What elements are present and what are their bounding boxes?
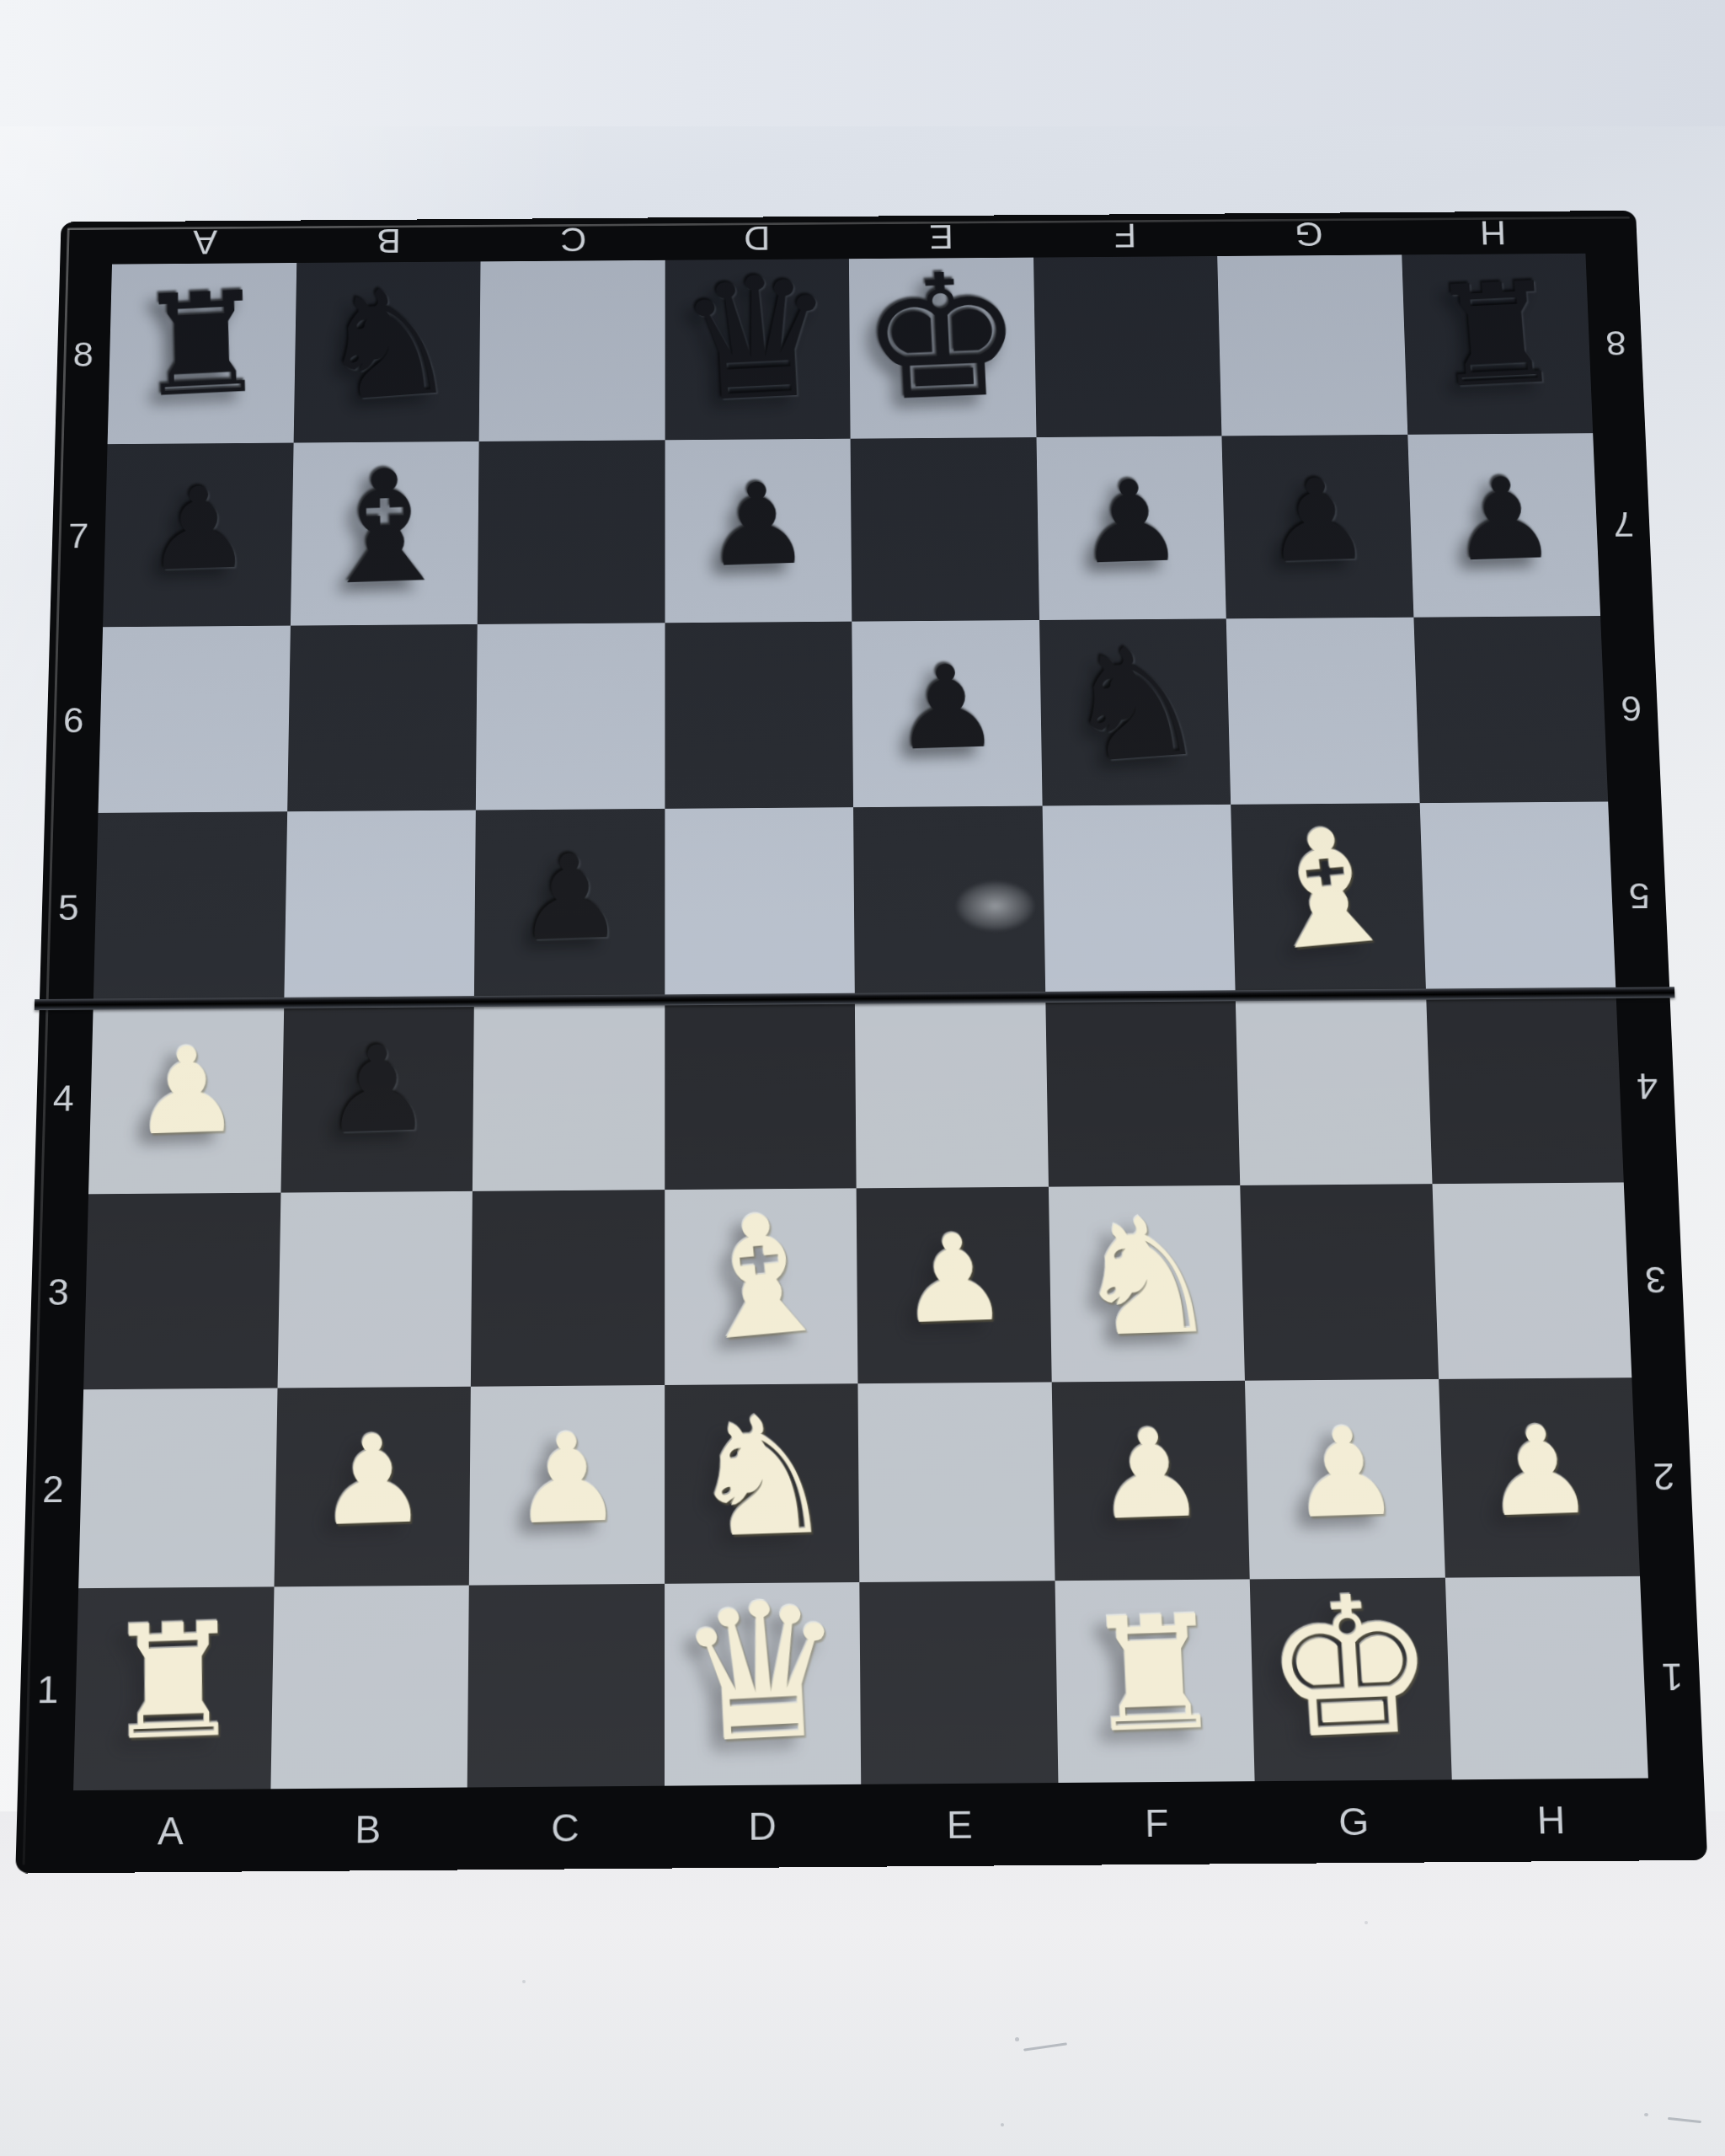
square-h2: ♟ bbox=[1439, 1378, 1640, 1577]
black-knight: ♞ bbox=[312, 265, 463, 423]
square-d8: ♛ bbox=[665, 259, 850, 440]
board-frame: ABCDEFGH ABCDEFGH 87654321 87654321 ♜♞♛♚… bbox=[15, 211, 1707, 1874]
square-c7 bbox=[478, 440, 665, 624]
white-pawn: ♟ bbox=[1479, 1408, 1599, 1534]
square-f4 bbox=[1045, 993, 1240, 1187]
square-b6 bbox=[287, 624, 478, 811]
square-b8: ♞ bbox=[293, 261, 480, 442]
square-c1 bbox=[467, 1584, 665, 1788]
square-c8 bbox=[479, 260, 665, 441]
square-d7: ♟ bbox=[665, 439, 852, 623]
squares: ♜♞♛♚♜♟♝♟♟♟♟♟♞♟♝♟♟♝♟♞♟♟♞♟♟♟♜♛♜♚ bbox=[73, 254, 1648, 1790]
square-c6 bbox=[476, 623, 665, 810]
square-d6 bbox=[665, 622, 853, 809]
square-e5 bbox=[853, 806, 1045, 997]
square-f7: ♟ bbox=[1036, 436, 1226, 620]
rank-label-right-1: 1 bbox=[1660, 1657, 1684, 1696]
rank-label-right-5: 5 bbox=[1627, 878, 1650, 914]
file-label-bottom-c: C bbox=[551, 1808, 580, 1847]
black-knight: ♞ bbox=[1055, 623, 1214, 786]
rank-label-right-7: 7 bbox=[1611, 506, 1634, 541]
square-e1 bbox=[859, 1581, 1058, 1784]
square-e7 bbox=[851, 437, 1039, 622]
file-label-top-f: F bbox=[1113, 218, 1136, 252]
square-a5 bbox=[93, 811, 287, 1002]
square-d5 bbox=[665, 807, 855, 998]
rank-label-left-1: 1 bbox=[36, 1670, 60, 1709]
square-f8 bbox=[1033, 256, 1222, 437]
file-label-top-b: B bbox=[376, 224, 401, 258]
chess-board: ABCDEFGH ABCDEFGH 87654321 87654321 ♜♞♛♚… bbox=[15, 211, 1707, 1874]
black-pawn: ♟ bbox=[890, 648, 1003, 766]
white-bishop: ♝ bbox=[1244, 802, 1412, 975]
black-rook: ♜ bbox=[134, 272, 271, 417]
white-pawn: ♟ bbox=[1285, 1410, 1404, 1536]
square-b2: ♟ bbox=[274, 1387, 471, 1587]
rank-label-left-2: 2 bbox=[42, 1470, 65, 1508]
white-rook: ♜ bbox=[1080, 1594, 1228, 1755]
file-label-bottom-h: H bbox=[1536, 1800, 1567, 1839]
file-label-bottom-a: A bbox=[158, 1811, 185, 1850]
file-label-bottom-f: F bbox=[1145, 1804, 1170, 1843]
square-g6 bbox=[1226, 618, 1419, 805]
white-queen: ♛ bbox=[673, 1575, 852, 1771]
white-rook: ♜ bbox=[103, 1602, 245, 1763]
square-e6: ♟ bbox=[852, 620, 1042, 807]
square-a6 bbox=[98, 626, 290, 813]
black-pawn: ♟ bbox=[1260, 463, 1374, 579]
square-a4: ♟ bbox=[88, 1001, 284, 1195]
black-rook: ♜ bbox=[1424, 262, 1569, 407]
rank-label-left-8: 8 bbox=[72, 337, 94, 372]
square-c3 bbox=[471, 1190, 665, 1387]
square-g1: ♚ bbox=[1250, 1578, 1452, 1782]
square-e2 bbox=[857, 1382, 1055, 1582]
black-pawn: ♟ bbox=[1446, 461, 1561, 577]
file-label-bottom-e: E bbox=[947, 1806, 974, 1844]
square-b3 bbox=[277, 1191, 473, 1388]
square-c5: ♟ bbox=[474, 809, 665, 999]
white-knight: ♞ bbox=[1069, 1195, 1224, 1360]
square-h3 bbox=[1432, 1182, 1632, 1378]
rank-label-right-3: 3 bbox=[1643, 1261, 1667, 1298]
file-label-top-g: G bbox=[1294, 217, 1324, 251]
rank-label-left-4: 4 bbox=[52, 1079, 75, 1115]
square-f1: ♜ bbox=[1055, 1579, 1255, 1783]
square-g4 bbox=[1236, 992, 1432, 1185]
dust-speck bbox=[1644, 2113, 1648, 2116]
file-label-bottom-d: D bbox=[748, 1807, 777, 1846]
square-d3: ♝ bbox=[665, 1188, 858, 1385]
square-e4 bbox=[855, 995, 1049, 1189]
square-a8: ♜ bbox=[108, 263, 296, 444]
file-label-bottom-b: B bbox=[355, 1810, 382, 1848]
rank-label-right-4: 4 bbox=[1635, 1067, 1658, 1104]
white-king: ♚ bbox=[1258, 1569, 1443, 1767]
square-b4: ♟ bbox=[280, 999, 474, 1193]
black-bishop: ♝ bbox=[310, 447, 460, 607]
square-f6: ♞ bbox=[1039, 618, 1231, 805]
square-h1 bbox=[1445, 1576, 1648, 1780]
square-g7: ♟ bbox=[1221, 435, 1413, 619]
square-a1: ♜ bbox=[73, 1586, 274, 1790]
rank-label-left-3: 3 bbox=[47, 1273, 70, 1310]
square-h7: ♟ bbox=[1407, 433, 1600, 618]
square-c2: ♟ bbox=[469, 1385, 665, 1586]
dust-speck bbox=[1365, 1921, 1368, 1924]
square-e3: ♟ bbox=[857, 1187, 1052, 1384]
white-pawn: ♟ bbox=[316, 1417, 430, 1543]
white-knight: ♞ bbox=[685, 1393, 839, 1561]
square-h5 bbox=[1419, 801, 1616, 992]
rank-label-left-5: 5 bbox=[57, 890, 80, 926]
square-h6 bbox=[1413, 616, 1608, 803]
white-pawn: ♟ bbox=[895, 1217, 1011, 1340]
square-f3: ♞ bbox=[1048, 1185, 1244, 1383]
rank-label-right-6: 6 bbox=[1620, 691, 1642, 726]
white-pawn: ♟ bbox=[510, 1415, 624, 1542]
square-g3 bbox=[1240, 1184, 1438, 1381]
black-pawn: ♟ bbox=[322, 1028, 434, 1150]
file-labels-bottom: ABCDEFGH bbox=[72, 1779, 1652, 1874]
square-f2: ♟ bbox=[1051, 1381, 1250, 1581]
rank-label-right-8: 8 bbox=[1604, 326, 1626, 361]
rank-label-left-7: 7 bbox=[67, 518, 89, 553]
file-label-top-a: A bbox=[192, 225, 218, 259]
rank-label-right-2: 2 bbox=[1652, 1458, 1675, 1495]
black-pawn: ♟ bbox=[145, 471, 253, 587]
file-label-top-c: C bbox=[559, 222, 586, 256]
dust-speck bbox=[1001, 2123, 1004, 2127]
rank-label-left-6: 6 bbox=[62, 702, 85, 737]
square-c4 bbox=[473, 998, 665, 1191]
black-pawn: ♟ bbox=[702, 467, 814, 583]
black-queen: ♛ bbox=[673, 252, 841, 426]
square-a2 bbox=[78, 1388, 277, 1589]
file-label-bottom-g: G bbox=[1338, 1802, 1370, 1841]
white-pawn: ♟ bbox=[1092, 1410, 1210, 1537]
white-bishop: ♝ bbox=[677, 1188, 844, 1367]
scuff-mark bbox=[956, 881, 1034, 932]
square-e8: ♚ bbox=[849, 258, 1036, 439]
square-g2: ♟ bbox=[1245, 1379, 1445, 1579]
square-g5: ♝ bbox=[1231, 803, 1425, 993]
white-pawn: ♟ bbox=[131, 1030, 243, 1152]
square-d4 bbox=[665, 996, 857, 1190]
square-h4 bbox=[1426, 991, 1624, 1185]
file-label-top-h: H bbox=[1478, 216, 1506, 249]
dust-speck bbox=[522, 1980, 526, 1983]
square-g8 bbox=[1217, 254, 1407, 436]
square-d2: ♞ bbox=[665, 1383, 860, 1584]
square-f5 bbox=[1042, 805, 1236, 995]
square-b5 bbox=[284, 811, 476, 1001]
square-b1 bbox=[270, 1586, 469, 1790]
square-d1: ♛ bbox=[664, 1582, 861, 1786]
square-h8: ♜ bbox=[1402, 254, 1593, 435]
square-b7: ♝ bbox=[290, 441, 478, 626]
wall-background bbox=[0, 0, 1725, 126]
dust-speck bbox=[1015, 2037, 1019, 2041]
black-pawn: ♟ bbox=[1075, 463, 1188, 580]
black-pawn: ♟ bbox=[514, 837, 626, 957]
square-a7: ♟ bbox=[103, 443, 293, 628]
black-king: ♚ bbox=[857, 249, 1028, 425]
square-a3 bbox=[83, 1193, 280, 1390]
